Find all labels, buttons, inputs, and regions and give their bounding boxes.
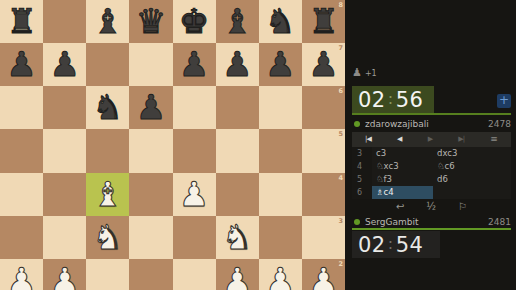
square-g6[interactable] bbox=[259, 86, 302, 129]
square-c4[interactable]: ♝ bbox=[86, 173, 129, 216]
white-knight-c3[interactable]: ♞ bbox=[86, 216, 129, 259]
clock-seconds: 54 bbox=[396, 233, 424, 257]
square-d6[interactable]: ♟ bbox=[129, 86, 172, 129]
square-e7[interactable]: ♟ bbox=[173, 43, 216, 86]
black-pawn-a7[interactable]: ♟ bbox=[0, 43, 43, 86]
white-knight-f3[interactable]: ♞ bbox=[216, 216, 259, 259]
move-6-black bbox=[433, 186, 511, 199]
square-h7[interactable]: ♟7 bbox=[302, 43, 345, 86]
first-move-button[interactable]: |◀ bbox=[361, 132, 375, 147]
black-pawn-f7[interactable]: ♟ bbox=[216, 43, 259, 86]
square-b3[interactable] bbox=[43, 216, 86, 259]
move-row-5: 5♘f3d6 bbox=[352, 173, 511, 186]
rank-label-6: 6 bbox=[338, 87, 343, 95]
clock-minutes: 02 bbox=[358, 233, 386, 257]
move-list: 3c3dxc34♘xc3♘c65♘f3d66♗c4 bbox=[352, 147, 511, 199]
square-a3[interactable] bbox=[0, 216, 43, 259]
top-player-rating: 2478 bbox=[488, 119, 511, 129]
online-indicator-icon bbox=[354, 219, 360, 225]
black-queen-d8[interactable]: ♛ bbox=[129, 0, 172, 43]
black-pawn-g7[interactable]: ♟ bbox=[259, 43, 302, 86]
move-4-black[interactable]: ♘c6 bbox=[433, 160, 511, 173]
square-c2[interactable] bbox=[86, 259, 129, 290]
square-e2[interactable] bbox=[173, 259, 216, 290]
move-3-black[interactable]: dxc3 bbox=[433, 147, 511, 160]
rank-label-4: 4 bbox=[338, 174, 343, 182]
move-5-white[interactable]: ♘f3 bbox=[372, 173, 433, 186]
square-g4[interactable] bbox=[259, 173, 302, 216]
material-advantage: ♟ +1 bbox=[352, 66, 377, 80]
square-d5[interactable] bbox=[129, 129, 172, 172]
clock-separator: : bbox=[388, 89, 394, 108]
next-move-button[interactable]: ▶ bbox=[424, 132, 436, 147]
move-row-3: 3c3dxc3 bbox=[352, 147, 511, 160]
white-pawn-a2[interactable]: ♟ bbox=[0, 259, 43, 290]
square-h8[interactable]: ♜8 bbox=[302, 0, 345, 43]
move-row-6: 6♗c4 bbox=[352, 186, 511, 199]
square-h6[interactable]: 6 bbox=[302, 86, 345, 129]
square-c5[interactable] bbox=[86, 129, 129, 172]
bottom-player-name[interactable]: SergGambit bbox=[365, 217, 488, 227]
move-4-white[interactable]: ♘xc3 bbox=[372, 160, 433, 173]
move-number: 6 bbox=[352, 186, 372, 199]
square-c7[interactable] bbox=[86, 43, 129, 86]
bottom-player-divider bbox=[352, 228, 511, 230]
square-e6[interactable] bbox=[173, 86, 216, 129]
square-g8[interactable]: ♞ bbox=[259, 0, 302, 43]
square-d4[interactable] bbox=[129, 173, 172, 216]
square-g2[interactable]: ♟ bbox=[259, 259, 302, 290]
black-bishop-c8[interactable]: ♝ bbox=[86, 0, 129, 43]
previous-move-button[interactable]: ◀ bbox=[393, 132, 405, 147]
square-f2[interactable]: ♟ bbox=[216, 259, 259, 290]
square-b2[interactable]: ♟ bbox=[43, 259, 86, 290]
move-navigation-bar: |◀ ◀ ▶ ▶| ≡ bbox=[352, 132, 511, 147]
square-a8[interactable]: ♜ bbox=[0, 0, 43, 43]
square-c8[interactable]: ♝ bbox=[86, 0, 129, 43]
move-number: 4 bbox=[352, 160, 372, 173]
rank-label-3: 3 bbox=[338, 217, 343, 225]
black-knight-g8[interactable]: ♞ bbox=[259, 0, 302, 43]
square-d8[interactable]: ♛ bbox=[129, 0, 172, 43]
move-3-white[interactable]: c3 bbox=[372, 147, 433, 160]
square-d2[interactable] bbox=[129, 259, 172, 290]
square-f3[interactable]: ♞ bbox=[216, 216, 259, 259]
online-indicator-icon bbox=[354, 121, 360, 127]
resign-flag-icon[interactable]: ⚐ bbox=[458, 200, 467, 214]
black-rook-a8[interactable]: ♜ bbox=[0, 0, 43, 43]
square-h5[interactable]: 5 bbox=[302, 129, 345, 172]
square-e3[interactable] bbox=[173, 216, 216, 259]
square-c3[interactable]: ♞ bbox=[86, 216, 129, 259]
clock-minutes: 02 bbox=[358, 88, 386, 112]
square-e8[interactable]: ♚ bbox=[173, 0, 216, 43]
square-a4[interactable] bbox=[0, 173, 43, 216]
white-pawn-e4[interactable]: ♟ bbox=[173, 173, 216, 216]
top-player-name[interactable]: zdarowzajibali bbox=[365, 119, 488, 129]
bottom-player-clock: 02 : 54 bbox=[352, 231, 440, 258]
square-b4[interactable] bbox=[43, 173, 86, 216]
chess-board[interactable]: ♜♝♛♚♝♞♜8♟♟♟♟♟♟7♞♟65♝♟4♞♞3♟♟♟♟♟2♜♝♛♚♜ bbox=[0, 0, 345, 290]
square-d7[interactable] bbox=[129, 43, 172, 86]
game-screen: ♜♝♛♚♝♞♜8♟♟♟♟♟♟7♞♟65♝♟4♞♞3♟♟♟♟♟2♜♝♛♚♜ ♟ +… bbox=[0, 0, 516, 290]
takeback-icon[interactable]: ↩ bbox=[396, 200, 404, 214]
square-b5[interactable] bbox=[43, 129, 86, 172]
top-player-clock: 02 : 56 bbox=[352, 86, 434, 113]
square-e4[interactable]: ♟ bbox=[173, 173, 216, 216]
move-row-4: 4♘xc3♘c6 bbox=[352, 160, 511, 173]
square-h3[interactable]: 3 bbox=[302, 216, 345, 259]
draw-offer-button[interactable]: ½ bbox=[426, 200, 436, 214]
bottom-player-row: SergGambit 2481 bbox=[352, 215, 511, 228]
top-player-divider bbox=[352, 113, 511, 115]
white-pawn-b2[interactable]: ♟ bbox=[43, 259, 86, 290]
square-b8[interactable] bbox=[43, 0, 86, 43]
move-number: 3 bbox=[352, 147, 372, 160]
square-f5[interactable] bbox=[216, 129, 259, 172]
move-6-white[interactable]: ♗c4 bbox=[372, 186, 433, 199]
square-g3[interactable] bbox=[259, 216, 302, 259]
square-g5[interactable] bbox=[259, 129, 302, 172]
give-time-button[interactable]: + bbox=[497, 94, 511, 108]
square-f7[interactable]: ♟ bbox=[216, 43, 259, 86]
square-f8[interactable]: ♝ bbox=[216, 0, 259, 43]
top-player-row: zdarowzajibali 2478 bbox=[352, 117, 511, 130]
square-a2[interactable]: ♟ bbox=[0, 259, 43, 290]
rank-label-8: 8 bbox=[338, 1, 343, 9]
square-f4[interactable] bbox=[216, 173, 259, 216]
square-a7[interactable]: ♟ bbox=[0, 43, 43, 86]
bottom-player-rating: 2481 bbox=[488, 217, 511, 227]
last-move-button[interactable]: ▶| bbox=[454, 132, 468, 147]
square-d3[interactable] bbox=[129, 216, 172, 259]
clock-separator: : bbox=[388, 234, 394, 253]
game-action-bar: ↩ ½ ⚐ bbox=[352, 200, 511, 214]
white-pawn-g2[interactable]: ♟ bbox=[259, 259, 302, 290]
move-number: 5 bbox=[352, 173, 372, 186]
rank-label-2: 2 bbox=[338, 260, 343, 268]
black-pawn-b7[interactable]: ♟ bbox=[43, 43, 86, 86]
white-pawn-f2[interactable]: ♟ bbox=[216, 259, 259, 290]
square-b7[interactable]: ♟ bbox=[43, 43, 86, 86]
square-c6[interactable]: ♞ bbox=[86, 86, 129, 129]
square-b6[interactable] bbox=[43, 86, 86, 129]
move-5-black[interactable]: d6 bbox=[433, 173, 511, 186]
square-a6[interactable] bbox=[0, 86, 43, 129]
square-h4[interactable]: 4 bbox=[302, 173, 345, 216]
game-sidebar: ♟ +1 02 : 56 + zdarowzajibali 2478 |◀ ◀ … bbox=[345, 0, 516, 290]
board-menu-icon[interactable]: ≡ bbox=[486, 132, 502, 147]
square-e5[interactable] bbox=[173, 129, 216, 172]
pawn-icon: ♟ bbox=[352, 67, 362, 79]
black-pawn-d6[interactable]: ♟ bbox=[129, 86, 172, 129]
clock-seconds: 56 bbox=[396, 88, 424, 112]
black-knight-c6[interactable]: ♞ bbox=[86, 86, 129, 129]
rank-label-7: 7 bbox=[338, 44, 343, 52]
square-g7[interactable]: ♟ bbox=[259, 43, 302, 86]
square-a5[interactable] bbox=[0, 129, 43, 172]
black-king-e8[interactable]: ♚ bbox=[173, 0, 216, 43]
black-bishop-f8[interactable]: ♝ bbox=[216, 0, 259, 43]
white-bishop-c4[interactable]: ♝ bbox=[86, 173, 129, 216]
black-pawn-e7[interactable]: ♟ bbox=[173, 43, 216, 86]
square-h2[interactable]: ♟2 bbox=[302, 259, 345, 290]
material-value: +1 bbox=[365, 69, 377, 78]
square-f6[interactable] bbox=[216, 86, 259, 129]
rank-label-5: 5 bbox=[338, 130, 343, 138]
